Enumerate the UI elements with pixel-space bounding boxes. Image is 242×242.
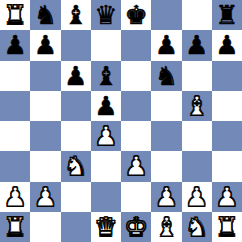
square-d7[interactable] <box>91 30 121 60</box>
white-knight-piece[interactable]: ♞ <box>185 212 208 242</box>
square-d6[interactable]: ♝ <box>91 61 121 91</box>
white-pawn-piece[interactable]: ♟ <box>94 121 117 151</box>
square-d4[interactable]: ♟ <box>91 121 121 151</box>
white-queen-piece[interactable]: ♛ <box>94 212 117 242</box>
white-pawn-piece[interactable]: ♟ <box>155 182 178 212</box>
square-h7[interactable]: ♟ <box>212 30 242 60</box>
square-a2[interactable]: ♟ <box>0 182 30 212</box>
white-bishop-piece[interactable]: ♝ <box>155 212 178 242</box>
square-b7[interactable]: ♟ <box>30 30 60 60</box>
square-d3[interactable] <box>91 151 121 181</box>
square-c5[interactable] <box>61 91 91 121</box>
square-g3[interactable] <box>182 151 212 181</box>
square-b3[interactable] <box>30 151 60 181</box>
square-f6[interactable]: ♞ <box>151 61 181 91</box>
chess-board: ♜♞♝♛♚♜♟♟♟♟♟♟♝♞♟♝♟♞♟♟♟♟♟♟♜♛♚♝♞♜ <box>0 0 242 242</box>
square-g5[interactable]: ♝ <box>182 91 212 121</box>
square-g6[interactable] <box>182 61 212 91</box>
black-pawn-piece[interactable]: ♟ <box>215 30 238 60</box>
square-g8[interactable] <box>182 0 212 30</box>
square-c1[interactable] <box>61 212 91 242</box>
black-pawn-piece[interactable]: ♟ <box>3 30 26 60</box>
square-b4[interactable] <box>30 121 60 151</box>
square-a4[interactable] <box>0 121 30 151</box>
square-c2[interactable] <box>61 182 91 212</box>
square-a1[interactable]: ♜ <box>0 212 30 242</box>
square-b1[interactable] <box>30 212 60 242</box>
black-queen-piece[interactable]: ♛ <box>94 0 117 30</box>
square-d2[interactable] <box>91 182 121 212</box>
square-g7[interactable]: ♟ <box>182 30 212 60</box>
square-a3[interactable] <box>0 151 30 181</box>
square-e1[interactable]: ♚ <box>121 212 151 242</box>
white-knight-piece[interactable]: ♞ <box>64 151 87 181</box>
square-c7[interactable] <box>61 30 91 60</box>
square-g2[interactable]: ♟ <box>182 182 212 212</box>
black-pawn-piece[interactable]: ♟ <box>34 30 57 60</box>
square-d8[interactable]: ♛ <box>91 0 121 30</box>
black-pawn-piece[interactable]: ♟ <box>155 30 178 60</box>
square-e7[interactable] <box>121 30 151 60</box>
square-c4[interactable] <box>61 121 91 151</box>
white-rook-piece[interactable]: ♜ <box>3 0 26 30</box>
black-bishop-piece[interactable]: ♝ <box>94 61 117 91</box>
square-f7[interactable]: ♟ <box>151 30 181 60</box>
white-pawn-piece[interactable]: ♟ <box>185 182 208 212</box>
white-pawn-piece[interactable]: ♟ <box>3 182 26 212</box>
square-c6[interactable]: ♟ <box>61 61 91 91</box>
black-pawn-piece[interactable]: ♟ <box>94 91 117 121</box>
square-b6[interactable] <box>30 61 60 91</box>
square-c3[interactable]: ♞ <box>61 151 91 181</box>
square-e5[interactable] <box>121 91 151 121</box>
square-h5[interactable] <box>212 91 242 121</box>
white-pawn-piece[interactable]: ♟ <box>215 182 238 212</box>
square-h3[interactable] <box>212 151 242 181</box>
square-h2[interactable]: ♟ <box>212 182 242 212</box>
square-h8[interactable]: ♜ <box>212 0 242 30</box>
square-f4[interactable] <box>151 121 181 151</box>
square-h6[interactable] <box>212 61 242 91</box>
white-pawn-piece[interactable]: ♟ <box>34 182 57 212</box>
square-a8[interactable]: ♜ <box>0 0 30 30</box>
square-f2[interactable]: ♟ <box>151 182 181 212</box>
square-h1[interactable]: ♜ <box>212 212 242 242</box>
square-g4[interactable] <box>182 121 212 151</box>
square-a5[interactable] <box>0 91 30 121</box>
white-pawn-piece[interactable]: ♟ <box>124 151 147 181</box>
chess-board-wrap: ♜♞♝♛♚♜♟♟♟♟♟♟♝♞♟♝♟♞♟♟♟♟♟♟♜♛♚♝♞♜ <box>0 0 242 242</box>
white-king-piece[interactable]: ♚ <box>124 212 147 242</box>
white-rook-piece[interactable]: ♜ <box>3 212 26 242</box>
square-c8[interactable]: ♝ <box>61 0 91 30</box>
square-e2[interactable] <box>121 182 151 212</box>
square-f1[interactable]: ♝ <box>151 212 181 242</box>
black-pawn-piece[interactable]: ♟ <box>64 61 87 91</box>
black-rook-piece[interactable]: ♜ <box>215 0 238 30</box>
square-b2[interactable]: ♟ <box>30 182 60 212</box>
square-a7[interactable]: ♟ <box>0 30 30 60</box>
square-g1[interactable]: ♞ <box>182 212 212 242</box>
square-e4[interactable] <box>121 121 151 151</box>
square-a6[interactable] <box>0 61 30 91</box>
square-f3[interactable] <box>151 151 181 181</box>
square-e8[interactable]: ♚ <box>121 0 151 30</box>
black-bishop-piece[interactable]: ♝ <box>64 0 87 30</box>
square-f8[interactable] <box>151 0 181 30</box>
black-knight-piece[interactable]: ♞ <box>34 0 57 30</box>
white-rook-piece[interactable]: ♜ <box>215 212 238 242</box>
square-e3[interactable]: ♟ <box>121 151 151 181</box>
square-f5[interactable] <box>151 91 181 121</box>
square-h4[interactable] <box>212 121 242 151</box>
square-b5[interactable] <box>30 91 60 121</box>
square-b8[interactable]: ♞ <box>30 0 60 30</box>
black-king-piece[interactable]: ♚ <box>124 0 147 30</box>
square-d5[interactable]: ♟ <box>91 91 121 121</box>
black-knight-piece[interactable]: ♞ <box>155 61 178 91</box>
white-bishop-piece[interactable]: ♝ <box>185 91 208 121</box>
square-d1[interactable]: ♛ <box>91 212 121 242</box>
black-pawn-piece[interactable]: ♟ <box>185 30 208 60</box>
square-e6[interactable] <box>121 61 151 91</box>
